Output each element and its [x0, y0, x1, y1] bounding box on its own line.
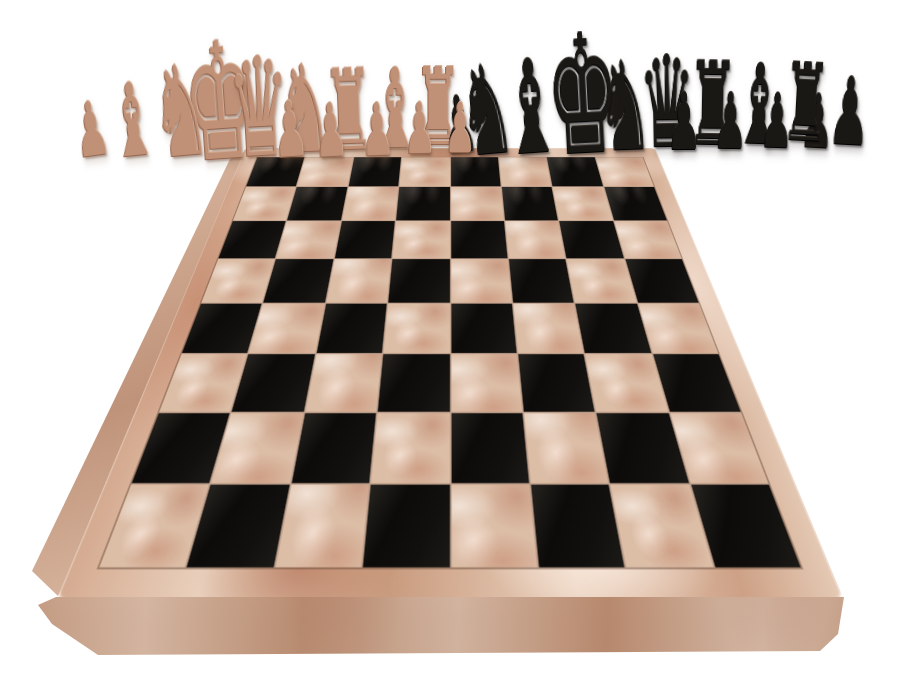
- pink-pawn[interactable]: ♟: [359, 92, 394, 166]
- square-h4[interactable]: [638, 303, 718, 353]
- black-pawn[interactable]: ♟: [826, 65, 872, 160]
- square-c6[interactable]: [335, 221, 395, 258]
- square-f5[interactable]: [509, 259, 574, 302]
- square-b5[interactable]: [264, 259, 333, 302]
- square-e1[interactable]: [451, 484, 537, 567]
- square-d2[interactable]: [371, 414, 449, 483]
- black-bishop[interactable]: ♝: [498, 41, 565, 174]
- square-d5[interactable]: [388, 259, 449, 302]
- pink-knight[interactable]: ♞: [147, 47, 214, 177]
- square-c3[interactable]: [305, 354, 382, 412]
- square-e7[interactable]: [451, 187, 504, 220]
- square-a5[interactable]: [202, 259, 275, 302]
- square-d7[interactable]: [396, 187, 449, 220]
- square-f3[interactable]: [518, 354, 595, 412]
- black-pawn[interactable]: ♟: [713, 83, 749, 161]
- square-e5[interactable]: [451, 259, 512, 302]
- board-grid: [99, 157, 800, 567]
- black-rook[interactable]: ♜: [779, 49, 833, 158]
- square-d6[interactable]: [393, 221, 450, 258]
- square-g5[interactable]: [567, 259, 636, 302]
- square-d1[interactable]: [363, 484, 449, 567]
- square-b6[interactable]: [276, 221, 340, 258]
- chess-board: [56, 148, 844, 600]
- square-f6[interactable]: [505, 221, 565, 258]
- chess-set-photo: ♟♝♞♚♛♟♞♟♜♟♝♟♜♟ ♟♞♝♚♞♛♟♜♟♝♟♜♟♟: [0, 0, 900, 675]
- square-c1[interactable]: [275, 484, 369, 567]
- square-f4[interactable]: [513, 303, 584, 353]
- square-c5[interactable]: [326, 259, 391, 302]
- pink-pawn[interactable]: ♟: [270, 90, 310, 169]
- square-f7[interactable]: [502, 187, 558, 220]
- square-g6[interactable]: [559, 221, 623, 258]
- square-e6[interactable]: [451, 221, 508, 258]
- square-d3[interactable]: [378, 354, 449, 412]
- square-c7[interactable]: [342, 187, 398, 220]
- square-h6[interactable]: [614, 221, 682, 258]
- square-h3[interactable]: [653, 354, 741, 412]
- pink-pawn[interactable]: ♟: [312, 92, 349, 168]
- square-e3[interactable]: [451, 354, 522, 412]
- pink-pawn[interactable]: ♟: [403, 93, 436, 165]
- square-f2[interactable]: [524, 414, 609, 483]
- square-b4[interactable]: [249, 303, 324, 353]
- square-h7[interactable]: [604, 187, 667, 220]
- square-a6[interactable]: [218, 221, 286, 258]
- square-c4[interactable]: [316, 303, 387, 353]
- square-b7[interactable]: [288, 187, 348, 220]
- square-c2[interactable]: [291, 414, 376, 483]
- black-pawn[interactable]: ♟: [666, 83, 701, 162]
- square-h5[interactable]: [625, 259, 698, 302]
- square-e2[interactable]: [451, 414, 529, 483]
- square-e4[interactable]: [451, 303, 517, 353]
- square-d4[interactable]: [384, 303, 450, 353]
- square-f1[interactable]: [531, 484, 625, 567]
